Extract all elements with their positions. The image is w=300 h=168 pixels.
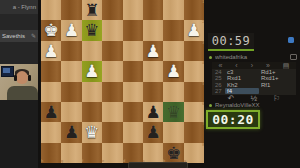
board-square-d5[interactable] [123,82,143,102]
board-square-e4[interactable] [102,61,122,81]
bottom-player-name[interactable]: ReynaldoVilleXX [215,102,297,108]
piece-bR-f1[interactable]: ♜ [82,0,102,20]
board-square-h3[interactable]: ♟ [41,41,61,61]
board-square-f1[interactable]: ♜ [82,0,102,20]
webcam-person-body [7,86,38,100]
board-square-g7[interactable]: ♟ [61,122,81,142]
top-clock-progress-bar [208,49,254,51]
cam-badge-icon [290,54,297,60]
board-square-e6[interactable] [102,102,122,122]
board-square-e1[interactable] [102,0,122,20]
piece-bP-c6[interactable]: ♟ [143,102,163,122]
online-dot-icon [209,56,212,59]
board-square-a7[interactable]: 7 [184,122,204,142]
piece-wP-b4[interactable]: ♟ [163,61,183,81]
webcam-monitor [1,66,14,77]
board-square-a4[interactable]: 4 [184,61,204,81]
piece-bK-b8[interactable]: ♚ [163,143,183,163]
nav-next-icon[interactable]: › [251,62,253,69]
nav-board-icon[interactable]: ▤ [283,62,290,69]
piece-wK-h2[interactable]: ♚ [41,20,61,40]
board-square-d6[interactable] [123,102,143,122]
board-square-g3[interactable] [61,41,81,61]
pencil-icon[interactable]: ✎ [31,30,36,42]
board-square-c2[interactable] [143,20,163,40]
move-number: 27 [212,88,225,94]
board-square-c3[interactable]: ♟ [143,41,163,61]
webcam-monitor-screen [3,68,10,73]
move-black[interactable]: Rd1+ [259,69,293,75]
board-square-c8[interactable]: c [143,143,163,163]
board-square-g5[interactable] [61,82,81,102]
board-square-e7[interactable] [102,122,122,142]
blue-badge-icon[interactable] [288,37,294,43]
move-list: 24c3Rd1+25Rxd1Rxd1+26Kh2Rf127f4 [212,69,296,94]
top-player-row: whitedafrika [209,53,297,61]
board-square-e3[interactable] [102,41,122,61]
board-square-f4[interactable]: ♟ [82,61,102,81]
app-window: a - Flynn Savethis ✎ ♜1♚♟♛♟2♟♟3♟♟45♟♟♛6♟… [0,0,300,168]
webcam-person-head [16,71,28,84]
nav-previous-icon[interactable]: ‹ [235,62,237,69]
board-square-b7[interactable] [163,122,183,142]
piece-bP-g7[interactable]: ♟ [61,122,81,142]
piece-wQ-f7[interactable]: ♛ [82,122,102,142]
sidebar-top-label: a - Flynn [0,0,38,14]
piece-wP-h3[interactable]: ♟ [41,41,61,61]
board-square-f7[interactable]: ♛ [82,122,102,142]
board-square-g6[interactable] [61,102,81,122]
move-row: 26Kh2Rf1 [212,82,296,88]
board-square-b5[interactable] [163,82,183,102]
board-square-f5[interactable] [82,82,102,102]
board-square-c4[interactable] [143,61,163,81]
board-square-h4[interactable] [41,61,61,81]
board-square-h8[interactable]: h [41,143,61,163]
piece-bQ-b6: ♛ [163,102,183,122]
piece-bP-h6[interactable]: ♟ [41,102,61,122]
board-square-a1[interactable]: 1 [184,0,204,20]
board-square-c1[interactable] [143,0,163,20]
board-square-f2[interactable]: ♛ [82,20,102,40]
board-square-b3[interactable] [163,41,183,61]
board-square-a5[interactable]: 5 [184,82,204,102]
board-square-d4[interactable] [123,61,143,81]
board-square-c5[interactable] [143,82,163,102]
move-black[interactable]: Rf1 [259,82,293,88]
board-square-d8[interactable]: d [123,143,143,163]
board-square-g1[interactable] [61,0,81,20]
board-square-b2[interactable] [163,20,183,40]
board-square-d7[interactable] [123,122,143,142]
board-square-a6[interactable]: 6 [184,102,204,122]
nav-first-icon[interactable]: « [218,62,222,69]
board-square-h5[interactable] [41,82,61,102]
move-white[interactable]: Rxd1 [225,75,259,81]
board-square-f6[interactable] [82,102,102,122]
board-square-d2[interactable] [123,20,143,40]
board-square-h2[interactable]: ♚ [41,20,61,40]
headphone-right-icon [28,75,31,81]
board-square-b6[interactable]: ♛ [163,102,183,122]
move-row: 25Rxd1Rxd1+ [212,75,296,81]
board-square-e2[interactable] [102,20,122,40]
board-square-g2[interactable]: ♟ [61,20,81,40]
bottom-player-clock-active: 00:20 [206,110,260,129]
online-dot-icon [209,104,212,107]
board-square-e5[interactable] [102,82,122,102]
sidebar-item-savethis[interactable]: Savethis ✎ [0,30,38,42]
board-square-c6[interactable]: ♟ [143,102,163,122]
board-square-g8[interactable]: g [61,143,81,163]
nav-last-icon[interactable]: » [266,62,270,69]
move-number: 25 [212,75,225,81]
board-square-a8[interactable]: a8 [184,143,204,163]
piece-wP-a2[interactable]: ♟ [184,20,204,40]
top-player-clock: 00:59 [208,33,254,49]
move-number: 26 [212,82,225,88]
board-square-a3[interactable]: 3 [184,41,204,61]
sidebar-lower-area [0,100,38,168]
board-square-d3[interactable] [123,41,143,61]
board-square-h6[interactable]: ♟ [41,102,61,122]
board-square-d1[interactable] [123,0,143,20]
board-square-b8[interactable]: ♚b [163,143,183,163]
board-square-h7[interactable] [41,122,61,142]
move-nav-bar: «‹›»▤ [212,62,296,69]
board-square-h1[interactable] [41,0,61,20]
bottom-player-row: ReynaldoVilleXX [209,101,297,109]
board-square-f8[interactable]: f [82,143,102,163]
board-square-c7[interactable]: ♟ [143,122,163,142]
board-square-a2[interactable]: ♟2 [184,20,204,40]
board-square-e8[interactable]: e [102,143,122,163]
headphone-left-icon [14,75,17,81]
piece-bQ-f2[interactable]: ♛ [82,20,102,40]
move-black[interactable]: Rxd1+ [259,75,293,81]
piece-bP-c7[interactable]: ♟ [143,122,163,142]
board-square-f3[interactable] [82,41,102,61]
top-player-name[interactable]: whitedafrika [215,54,287,60]
piece-wP-g2[interactable]: ♟ [61,20,81,40]
move-panel: «‹›»▤ 24c3Rd1+25Rxd1Rxd1+26Kh2Rf127f4 [212,62,296,95]
board-square-b1[interactable] [163,0,183,20]
move-number: 24 [212,69,225,75]
piece-wP-f4[interactable]: ♟ [82,61,102,81]
sidebar-item-label: Savethis [2,30,25,42]
board-square-g4[interactable] [61,61,81,81]
move-white[interactable]: Kh2 [225,82,259,88]
move-white[interactable]: c3 [225,69,259,75]
chess-board[interactable]: ♜1♚♟♛♟2♟♟3♟♟45♟♟♛6♟♛♟7hgfedc♚ba8 [41,0,204,163]
move-input-bar[interactable] [128,162,188,168]
piece-wP-c3[interactable]: ♟ [143,41,163,61]
move-row: 24c3Rd1+ [212,69,296,75]
game-panel: 00:59 whitedafrika «‹›»▤ 24c3Rd1+25Rxd1R… [204,0,300,168]
webcam-feed [0,64,38,100]
board-square-b4[interactable]: ♟ [163,61,183,81]
